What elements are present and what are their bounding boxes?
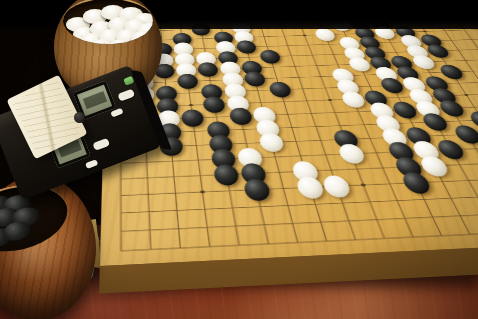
clock-corner-knob [74, 112, 85, 123]
photo-stage [0, 0, 478, 319]
clock-digits [83, 91, 107, 109]
